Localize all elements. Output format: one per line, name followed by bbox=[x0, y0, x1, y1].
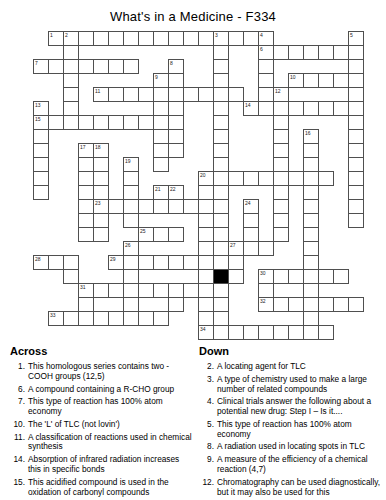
grid-cell[interactable] bbox=[63, 311, 79, 326]
grid-cell[interactable]: 23 bbox=[93, 199, 109, 214]
grid-cell[interactable] bbox=[198, 283, 214, 298]
grid-cell[interactable] bbox=[348, 45, 364, 60]
grid-cell[interactable] bbox=[153, 255, 169, 270]
grid-cell[interactable] bbox=[63, 269, 79, 284]
grid-cell[interactable] bbox=[273, 297, 289, 312]
clue-item-text: A measure of the efficiency of a chemica… bbox=[217, 455, 383, 475]
grid-cell[interactable] bbox=[198, 311, 214, 326]
clue-item: 12.Chromatography can be used diagnostic… bbox=[199, 478, 383, 498]
grid-cell[interactable] bbox=[273, 325, 289, 340]
grid-cell[interactable]: 32 bbox=[258, 297, 274, 312]
grid-cell[interactable] bbox=[93, 115, 109, 130]
grid-cell[interactable] bbox=[348, 185, 364, 200]
grid-cell[interactable]: 6 bbox=[258, 45, 274, 60]
grid-cell[interactable] bbox=[213, 171, 229, 186]
grid-cell[interactable] bbox=[153, 283, 169, 298]
grid-cell[interactable] bbox=[138, 115, 154, 130]
clue-item-text: The 'L' of TLC (not lovin') bbox=[28, 420, 192, 430]
grid-cell[interactable] bbox=[93, 311, 109, 326]
clue-number: 11 bbox=[95, 88, 100, 94]
grid-cell[interactable] bbox=[213, 115, 229, 130]
clue-item-number: 12. bbox=[199, 478, 214, 498]
grid-cell[interactable] bbox=[78, 115, 94, 130]
grid-cell[interactable] bbox=[93, 213, 109, 228]
grid-cell[interactable] bbox=[168, 143, 184, 158]
clue-number: 1 bbox=[50, 32, 53, 38]
grid-cell[interactable] bbox=[138, 255, 154, 270]
grid-cell[interactable] bbox=[78, 311, 94, 326]
clue-item-number: 5. bbox=[199, 420, 214, 440]
grid-cell[interactable] bbox=[303, 143, 319, 158]
grid-cell[interactable]: 20 bbox=[198, 171, 214, 186]
grid-cell[interactable] bbox=[108, 31, 124, 46]
clue-number: 25 bbox=[140, 228, 146, 234]
grid-cell[interactable] bbox=[108, 115, 124, 130]
grid-cell[interactable] bbox=[288, 101, 304, 116]
grid-cell[interactable] bbox=[48, 255, 64, 270]
clue-number: 24 bbox=[245, 200, 251, 206]
grid-cell[interactable] bbox=[348, 157, 364, 172]
grid-cell[interactable] bbox=[348, 59, 364, 74]
grid-cell[interactable] bbox=[198, 297, 214, 312]
grid-cell[interactable] bbox=[303, 241, 319, 256]
grid-cell[interactable] bbox=[123, 115, 139, 130]
grid-cell[interactable] bbox=[168, 227, 184, 242]
grid-cell[interactable] bbox=[213, 157, 229, 172]
grid-cell[interactable] bbox=[303, 171, 319, 186]
grid-cell[interactable] bbox=[123, 87, 139, 102]
grid-cell[interactable] bbox=[288, 45, 304, 60]
grid-cell[interactable] bbox=[138, 199, 154, 214]
grid-cell[interactable] bbox=[318, 101, 334, 116]
grid-cell[interactable] bbox=[273, 213, 289, 228]
grid-cell[interactable] bbox=[153, 311, 169, 326]
clue-number: 23 bbox=[95, 200, 101, 206]
grid-cell[interactable] bbox=[303, 157, 319, 172]
grid-cell[interactable] bbox=[228, 171, 244, 186]
grid-cell[interactable] bbox=[108, 199, 124, 214]
grid-cell[interactable] bbox=[123, 31, 139, 46]
clue-number: 33 bbox=[50, 312, 56, 318]
grid-cell[interactable] bbox=[243, 241, 259, 256]
clue-number: 13 bbox=[35, 102, 41, 108]
grid-cell[interactable] bbox=[183, 255, 199, 270]
grid-cell[interactable] bbox=[243, 227, 259, 242]
grid-cell[interactable]: 14 bbox=[243, 101, 259, 116]
grid-cell[interactable] bbox=[213, 87, 229, 102]
grid-cell[interactable] bbox=[318, 297, 334, 312]
grid-cell[interactable] bbox=[93, 59, 109, 74]
clue-item-text: Chromatography can be used diagnosticall… bbox=[217, 478, 383, 498]
grid-cell[interactable] bbox=[78, 227, 94, 242]
grid-cell[interactable]: 29 bbox=[108, 255, 124, 270]
grid-cell[interactable] bbox=[213, 311, 229, 326]
grid-cell[interactable] bbox=[258, 73, 274, 88]
grid-cell[interactable] bbox=[78, 59, 94, 74]
grid-cell[interactable] bbox=[198, 227, 214, 242]
grid-cell[interactable] bbox=[303, 269, 319, 284]
clue-number: 2 bbox=[65, 32, 68, 38]
grid-cell[interactable] bbox=[273, 129, 289, 144]
grid-cell[interactable] bbox=[123, 283, 139, 298]
grid-cell[interactable] bbox=[303, 101, 319, 116]
clue-number: 26 bbox=[125, 242, 131, 248]
grid-cell[interactable] bbox=[303, 325, 319, 340]
grid-cell[interactable] bbox=[123, 59, 139, 74]
grid-cell[interactable] bbox=[213, 297, 229, 312]
grid-cell[interactable] bbox=[198, 199, 214, 214]
grid-cell[interactable] bbox=[153, 199, 169, 214]
grid-cell[interactable]: 25 bbox=[138, 227, 154, 242]
grid-cell[interactable] bbox=[168, 73, 184, 88]
clue-item-text: A compound containing a R-CHO group bbox=[28, 385, 192, 395]
grid-cell[interactable] bbox=[258, 87, 274, 102]
grid-cell[interactable] bbox=[273, 227, 289, 242]
grid-cell[interactable] bbox=[108, 87, 124, 102]
grid-cell[interactable] bbox=[198, 269, 214, 284]
grid-cell[interactable] bbox=[138, 31, 154, 46]
grid-cell[interactable]: 1 bbox=[48, 31, 64, 46]
grid-cell[interactable] bbox=[168, 87, 184, 102]
grid-cell[interactable] bbox=[303, 73, 319, 88]
clue-item: 1.This homologous series contains two -C… bbox=[10, 362, 192, 382]
clue-item-number: 9. bbox=[199, 455, 214, 475]
grid-cell[interactable] bbox=[123, 311, 139, 326]
grid-cell[interactable] bbox=[348, 213, 364, 228]
grid-cell[interactable] bbox=[138, 87, 154, 102]
clue-item-number: 3. bbox=[199, 375, 214, 395]
grid-cell[interactable] bbox=[93, 185, 109, 200]
grid-cell[interactable] bbox=[303, 227, 319, 242]
down-heading: Down bbox=[199, 345, 383, 357]
grid-cell[interactable] bbox=[93, 31, 109, 46]
grid-cell[interactable] bbox=[123, 199, 139, 214]
grid-cell[interactable] bbox=[198, 255, 214, 270]
grid-cell[interactable] bbox=[108, 59, 124, 74]
clue-number: 30 bbox=[260, 270, 266, 276]
grid-cell[interactable] bbox=[168, 199, 184, 214]
grid-cell[interactable] bbox=[48, 59, 64, 74]
clue-item: 7.This type of reaction has 100% atom ec… bbox=[10, 397, 192, 417]
grid-cell[interactable] bbox=[33, 171, 49, 186]
grid-cell[interactable] bbox=[198, 241, 214, 256]
grid-cell[interactable] bbox=[63, 115, 79, 130]
grid-cell[interactable] bbox=[228, 31, 244, 46]
grid-cell[interactable] bbox=[78, 31, 94, 46]
clue-number: 27 bbox=[230, 242, 236, 248]
clue-number: 21 bbox=[155, 186, 161, 192]
grid-cell[interactable]: 24 bbox=[243, 199, 259, 214]
grid-cell[interactable] bbox=[273, 199, 289, 214]
grid-cell[interactable] bbox=[228, 255, 244, 270]
grid-cell[interactable] bbox=[303, 185, 319, 200]
grid-cell[interactable] bbox=[333, 45, 349, 60]
grid-cell[interactable] bbox=[318, 269, 334, 284]
grid-cell[interactable] bbox=[63, 73, 79, 88]
grid-cell[interactable] bbox=[123, 213, 139, 228]
grid-cell[interactable] bbox=[228, 325, 244, 340]
grid-cell[interactable]: 7 bbox=[33, 59, 49, 74]
grid-cell[interactable] bbox=[288, 269, 304, 284]
clue-item: 10.The 'L' of TLC (not lovin') bbox=[10, 420, 192, 430]
grid-cell[interactable] bbox=[93, 171, 109, 186]
grid-cell[interactable]: 33 bbox=[48, 311, 64, 326]
grid-cell[interactable]: 8 bbox=[168, 59, 184, 74]
grid-cell[interactable] bbox=[198, 213, 214, 228]
grid-cell[interactable] bbox=[333, 269, 349, 284]
grid-cell[interactable] bbox=[63, 45, 79, 60]
grid-cell[interactable]: 9 bbox=[153, 73, 169, 88]
grid-cell[interactable]: 2 bbox=[63, 31, 79, 46]
grid-cell[interactable]: 5 bbox=[348, 31, 364, 46]
grid-cell[interactable] bbox=[33, 157, 49, 172]
grid-cell[interactable] bbox=[348, 101, 364, 116]
grid-cell[interactable] bbox=[318, 171, 334, 186]
grid-cell[interactable] bbox=[33, 129, 49, 144]
grid-cell[interactable] bbox=[258, 59, 274, 74]
grid-cell[interactable] bbox=[318, 73, 334, 88]
grid-cell[interactable]: 16 bbox=[303, 129, 319, 144]
grid-cell[interactable] bbox=[198, 31, 214, 46]
grid-cell[interactable] bbox=[243, 325, 259, 340]
grid-cell[interactable] bbox=[213, 101, 229, 116]
grid-cell[interactable] bbox=[213, 227, 229, 242]
grid-cell[interactable] bbox=[318, 325, 334, 340]
grid-cell[interactable] bbox=[93, 157, 109, 172]
grid-cell[interactable]: 13 bbox=[33, 101, 49, 116]
grid-cell[interactable] bbox=[288, 297, 304, 312]
grid-cell[interactable] bbox=[153, 227, 169, 242]
grid-cell[interactable] bbox=[33, 185, 49, 200]
clue-number: 15 bbox=[35, 116, 41, 122]
grid-cell[interactable] bbox=[153, 143, 169, 158]
grid-cell[interactable] bbox=[318, 45, 334, 60]
grid-cell[interactable] bbox=[198, 185, 214, 200]
grid-cell[interactable] bbox=[123, 185, 139, 200]
grid-cell[interactable] bbox=[78, 199, 94, 214]
grid-cell[interactable] bbox=[348, 115, 364, 130]
grid-cell[interactable] bbox=[273, 45, 289, 60]
clue-item-text: A classification of reactions used in ch… bbox=[28, 433, 192, 453]
grid-cell[interactable] bbox=[108, 283, 124, 298]
grid-cell[interactable] bbox=[153, 115, 169, 130]
grid-cell[interactable] bbox=[213, 241, 229, 256]
clue-item-text: Clinical trials answer the following abo… bbox=[217, 397, 383, 417]
grid-cell[interactable] bbox=[288, 171, 304, 186]
grid-cell[interactable] bbox=[168, 129, 184, 144]
grid-cell[interactable]: 11 bbox=[93, 87, 109, 102]
clue-item: 4.Clinical trials answer the following a… bbox=[199, 397, 383, 417]
clue-number: 28 bbox=[35, 256, 41, 262]
grid-cell[interactable] bbox=[303, 311, 319, 326]
clue-number: 4 bbox=[260, 32, 263, 38]
grid-cell[interactable]: 19 bbox=[123, 157, 139, 172]
crossword-grid: 1234567891011121314151617181920212223242… bbox=[0, 0, 386, 344]
grid-cell[interactable] bbox=[213, 185, 229, 200]
grid-cell[interactable] bbox=[333, 101, 349, 116]
clue-number: 14 bbox=[245, 102, 251, 108]
clue-item-text: Absorption of infrared radiation increas… bbox=[28, 455, 192, 475]
grid-cell[interactable] bbox=[303, 283, 319, 298]
grid-cell[interactable] bbox=[153, 31, 169, 46]
grid-cell[interactable] bbox=[168, 101, 184, 116]
grid-cell[interactable] bbox=[258, 241, 274, 256]
grid-cell[interactable] bbox=[348, 129, 364, 144]
grid-cell[interactable] bbox=[168, 255, 184, 270]
grid-cell[interactable] bbox=[213, 199, 229, 214]
grid-cell[interactable] bbox=[168, 115, 184, 130]
grid-cell[interactable] bbox=[63, 87, 79, 102]
clue-item-text: This acidified compound is used in the o… bbox=[28, 478, 192, 498]
clue-number: 7 bbox=[35, 60, 38, 66]
grid-cell[interactable] bbox=[213, 283, 229, 298]
grid-cell[interactable] bbox=[168, 297, 184, 312]
grid-cell[interactable] bbox=[78, 185, 94, 200]
clue-number: 3 bbox=[215, 32, 218, 38]
grid-cell[interactable] bbox=[213, 129, 229, 144]
grid-cell[interactable] bbox=[303, 45, 319, 60]
grid-cell[interactable] bbox=[228, 269, 244, 284]
clue-item-number: 14. bbox=[10, 455, 25, 475]
grid-cell[interactable] bbox=[213, 213, 229, 228]
grid-cell[interactable] bbox=[153, 87, 169, 102]
grid-cell[interactable] bbox=[348, 87, 364, 102]
grid-cell[interactable] bbox=[258, 171, 274, 186]
grid-cell[interactable] bbox=[213, 73, 229, 88]
clue-item-number: 8. bbox=[199, 442, 214, 452]
grid-cell[interactable] bbox=[348, 297, 364, 312]
grid-cell[interactable]: 34 bbox=[198, 325, 214, 340]
grid-cell[interactable] bbox=[78, 297, 94, 312]
grid-cell[interactable] bbox=[243, 213, 259, 228]
grid-cell[interactable] bbox=[153, 101, 169, 116]
grid-cell[interactable] bbox=[93, 227, 109, 242]
clue-number: 6 bbox=[260, 46, 263, 52]
grid-cell[interactable] bbox=[303, 297, 319, 312]
grid-cell[interactable]: 28 bbox=[33, 255, 49, 270]
grid-cell[interactable] bbox=[33, 143, 49, 158]
grid-cell[interactable] bbox=[168, 31, 184, 46]
down-clues: Down 2.A locating agent for TLC3.A type … bbox=[199, 345, 383, 500]
grid-cell[interactable]: 27 bbox=[228, 241, 244, 256]
grid-cell[interactable]: 17 bbox=[78, 143, 94, 158]
grid-cell[interactable] bbox=[168, 283, 184, 298]
grid-cell[interactable] bbox=[273, 157, 289, 172]
grid-cell[interactable]: 3 bbox=[213, 31, 229, 46]
grid-cell[interactable] bbox=[348, 199, 364, 214]
grid-cell[interactable] bbox=[243, 171, 259, 186]
grid-cell[interactable] bbox=[213, 45, 229, 60]
grid-cell[interactable]: 22 bbox=[168, 185, 184, 200]
grid-cell[interactable] bbox=[213, 59, 229, 74]
grid-cell[interactable] bbox=[78, 157, 94, 172]
grid-cell[interactable]: 10 bbox=[288, 73, 304, 88]
grid-cell[interactable] bbox=[48, 115, 64, 130]
grid-cell[interactable] bbox=[153, 129, 169, 144]
clue-number: 16 bbox=[305, 130, 311, 136]
grid-cell[interactable] bbox=[123, 171, 139, 186]
clue-item: 5.This type of reaction has 100% atom ec… bbox=[199, 420, 383, 440]
clue-number: 32 bbox=[260, 298, 266, 304]
grid-cell[interactable] bbox=[138, 283, 154, 298]
grid-cell[interactable] bbox=[123, 269, 139, 284]
grid-cell[interactable] bbox=[93, 283, 109, 298]
grid-cell[interactable] bbox=[108, 311, 124, 326]
grid-cell[interactable] bbox=[333, 297, 349, 312]
grid-cell[interactable] bbox=[63, 255, 79, 270]
grid-cell[interactable] bbox=[243, 31, 259, 46]
clue-item-number: 6. bbox=[10, 385, 25, 395]
clue-item-text: This homologous series contains two -COO… bbox=[28, 362, 192, 382]
grid-cell[interactable]: 18 bbox=[93, 143, 109, 158]
grid-cell[interactable]: 31 bbox=[78, 283, 94, 298]
grid-cell[interactable] bbox=[273, 143, 289, 158]
clue-number: 17 bbox=[80, 144, 86, 150]
clue-item-text: This type of reaction has 100% atom econ… bbox=[28, 397, 192, 417]
grid-cell[interactable] bbox=[228, 87, 244, 102]
grid-cell[interactable]: 15 bbox=[33, 115, 49, 130]
grid-cell[interactable] bbox=[63, 101, 79, 116]
grid-cell[interactable] bbox=[213, 325, 229, 340]
grid-cell[interactable] bbox=[348, 143, 364, 158]
grid-cell[interactable] bbox=[153, 157, 169, 172]
grid-cell[interactable] bbox=[78, 213, 94, 228]
across-heading: Across bbox=[10, 345, 192, 357]
grid-cell[interactable] bbox=[183, 31, 199, 46]
grid-cell[interactable]: 4 bbox=[258, 31, 274, 46]
grid-cell[interactable] bbox=[273, 171, 289, 186]
grid-cell[interactable] bbox=[78, 171, 94, 186]
grid-cell[interactable]: 26 bbox=[123, 241, 139, 256]
grid-cell[interactable] bbox=[303, 199, 319, 214]
grid-cell[interactable] bbox=[303, 213, 319, 228]
clue-item-text: A type of chemistry used to make a large… bbox=[217, 375, 383, 395]
clue-number: 9 bbox=[155, 74, 158, 80]
grid-cell[interactable] bbox=[183, 87, 199, 102]
grid-cell[interactable] bbox=[348, 171, 364, 186]
clue-item: 15.This acidified compound is used in th… bbox=[10, 478, 192, 498]
grid-cell[interactable] bbox=[258, 283, 274, 298]
grid-cell[interactable]: 12 bbox=[273, 87, 289, 102]
grid-cell[interactable]: 21 bbox=[153, 185, 169, 200]
grid-cell[interactable] bbox=[138, 311, 154, 326]
grid-cell[interactable] bbox=[198, 87, 214, 102]
grid-cell[interactable] bbox=[63, 59, 79, 74]
grid-cell[interactable] bbox=[213, 255, 229, 270]
black-cell bbox=[213, 269, 229, 284]
grid-cell[interactable] bbox=[288, 325, 304, 340]
grid-cell[interactable] bbox=[273, 185, 289, 200]
grid-cell[interactable] bbox=[348, 73, 364, 88]
grid-cell[interactable] bbox=[333, 73, 349, 88]
grid-cell[interactable] bbox=[213, 143, 229, 158]
grid-cell[interactable] bbox=[258, 325, 274, 340]
clue-number: 12 bbox=[275, 88, 281, 94]
grid-cell[interactable] bbox=[123, 255, 139, 270]
grid-cell[interactable] bbox=[183, 199, 199, 214]
grid-cell[interactable] bbox=[273, 269, 289, 284]
grid-cell[interactable] bbox=[123, 297, 139, 312]
grid-cell[interactable] bbox=[183, 283, 199, 298]
clue-number: 10 bbox=[290, 74, 296, 80]
grid-cell[interactable] bbox=[303, 255, 319, 270]
grid-cell[interactable] bbox=[273, 115, 289, 130]
grid-cell[interactable] bbox=[273, 101, 289, 116]
clue-number: 29 bbox=[110, 256, 116, 262]
grid-cell[interactable]: 30 bbox=[258, 269, 274, 284]
clue-item-number: 4. bbox=[199, 397, 214, 417]
grid-cell[interactable] bbox=[258, 101, 274, 116]
